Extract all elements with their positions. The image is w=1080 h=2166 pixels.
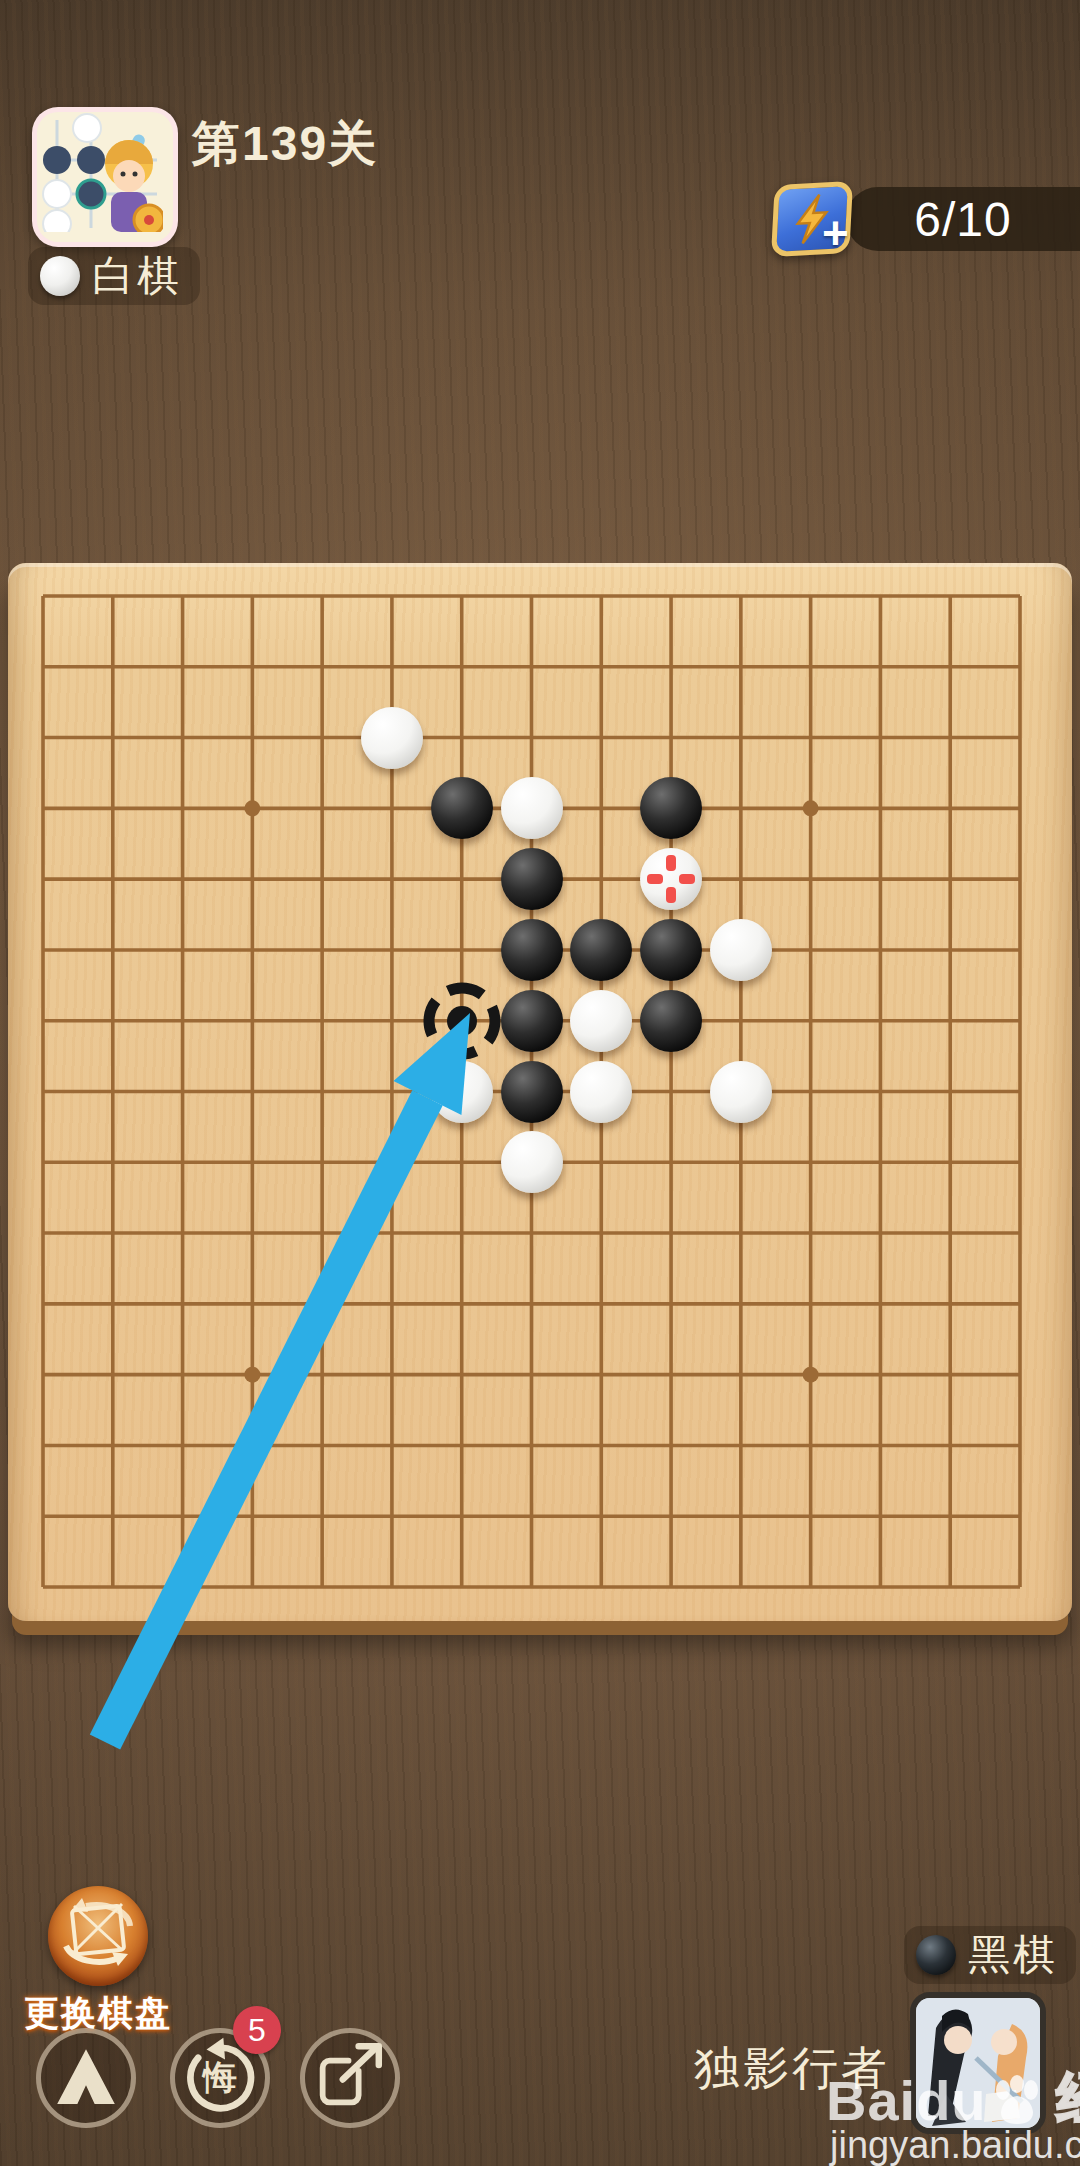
black-stone [501, 848, 563, 910]
white-stone [501, 777, 563, 839]
white-stone [710, 919, 772, 981]
watermark-brand: Baidu [826, 2068, 987, 2133]
energy-counter: 6/10 [846, 187, 1080, 251]
baidu-paw-icon [991, 2074, 1043, 2126]
black-stone [431, 777, 493, 839]
black-stone [501, 919, 563, 981]
star-point [244, 800, 260, 816]
app-icon-art [37, 112, 163, 232]
white-stone [640, 848, 702, 910]
star-point [803, 800, 819, 816]
change-board-icon [48, 1886, 148, 1986]
white-stone [570, 990, 632, 1052]
player-side-label: 白棋 [92, 248, 182, 304]
star-point [803, 1367, 819, 1383]
white-stone [710, 1061, 772, 1123]
white-stone-icon [40, 256, 80, 296]
gomoku-board[interactable] [8, 563, 1072, 1621]
home-button[interactable] [36, 2028, 136, 2128]
undo-count-badge: 5 [233, 2006, 281, 2054]
suggested-move-target-marker[interactable] [419, 978, 505, 1064]
undo-label: 悔 [203, 2055, 237, 2101]
black-stone [640, 919, 702, 981]
opponent-side-label: 黑棋 [968, 1927, 1058, 1983]
black-stone [501, 1061, 563, 1123]
share-button[interactable] [300, 2028, 400, 2128]
white-stone [431, 1061, 493, 1123]
black-stone [501, 990, 563, 1052]
level-title: 第139关 [192, 112, 378, 176]
black-stone-icon [916, 1935, 956, 1975]
share-icon [314, 2042, 386, 2114]
change-board-button[interactable]: 更换棋盘 [8, 1886, 188, 2037]
opponent-side-indicator: 黑棋 [904, 1926, 1076, 1984]
black-stone [640, 777, 702, 839]
white-stone [570, 1061, 632, 1123]
watermark-url: jingyan.baidu.com [830, 2124, 1080, 2166]
home-icon [48, 2042, 124, 2114]
star-point [244, 1367, 260, 1383]
white-stone [361, 707, 423, 769]
level-app-icon [32, 107, 178, 247]
energy-add-button[interactable]: + [822, 206, 849, 260]
white-stone [501, 1131, 563, 1193]
last-move-cross-marker [647, 855, 695, 903]
black-stone [570, 919, 632, 981]
energy-value: 6/10 [914, 192, 1011, 247]
game-screen: 第139关 白棋 6/10 + 更换棋盘 [0, 0, 1080, 2166]
player-side-indicator: 白棋 [28, 247, 200, 305]
black-stone [640, 990, 702, 1052]
